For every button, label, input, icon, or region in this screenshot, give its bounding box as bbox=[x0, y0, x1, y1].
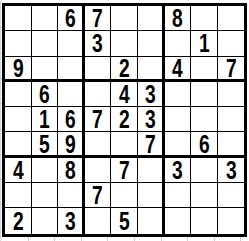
cell-r1c3: 6 bbox=[58, 6, 85, 31]
cell-r7c2[interactable] bbox=[32, 158, 59, 183]
cell-r4c2: 6 bbox=[32, 82, 59, 107]
given-digit: 4 bbox=[12, 158, 23, 183]
cell-r3c3[interactable] bbox=[58, 57, 85, 82]
given-digit: 3 bbox=[226, 158, 237, 183]
cell-r5c8[interactable] bbox=[191, 107, 218, 132]
given-digit: 9 bbox=[12, 57, 23, 81]
cell-r8c4: 7 bbox=[85, 183, 112, 208]
cell-r9c2[interactable] bbox=[32, 208, 59, 233]
given-digit: 6 bbox=[39, 82, 50, 107]
cell-r9c4[interactable] bbox=[85, 208, 112, 233]
given-digit: 7 bbox=[92, 183, 103, 208]
cell-r7c7: 3 bbox=[165, 158, 192, 183]
cell-r5c5: 2 bbox=[111, 107, 138, 132]
cell-r4c3[interactable] bbox=[58, 82, 85, 107]
cell-r9c1: 2 bbox=[5, 208, 32, 233]
cell-r3c5: 2 bbox=[111, 57, 138, 82]
cell-r5c1[interactable] bbox=[5, 107, 32, 132]
cell-r4c4[interactable] bbox=[85, 82, 112, 107]
cell-r5c2: 1 bbox=[32, 107, 59, 132]
cell-r8c8[interactable] bbox=[191, 183, 218, 208]
cell-r7c9: 3 bbox=[218, 158, 245, 183]
cell-r6c8: 6 bbox=[191, 132, 218, 157]
given-digit: 8 bbox=[65, 158, 76, 183]
given-digit: 1 bbox=[39, 107, 50, 132]
cell-r7c3: 8 bbox=[58, 158, 85, 183]
cell-r6c9[interactable] bbox=[218, 132, 245, 157]
spreadsheet-gridline-ticks-bottom bbox=[2, 237, 248, 241]
cell-r2c6[interactable] bbox=[138, 31, 165, 56]
given-digit: 1 bbox=[199, 31, 210, 56]
cell-r9c3: 3 bbox=[58, 208, 85, 233]
cell-r8c3[interactable] bbox=[58, 183, 85, 208]
cell-r8c1[interactable] bbox=[5, 183, 32, 208]
sudoku-board: 678319247643167235976487337235 bbox=[2, 3, 247, 237]
given-digit: 4 bbox=[172, 57, 183, 81]
cell-r2c7[interactable] bbox=[165, 31, 192, 56]
given-digit: 7 bbox=[92, 107, 103, 132]
given-digit: 5 bbox=[119, 208, 130, 233]
cell-r2c1[interactable] bbox=[5, 31, 32, 56]
cell-r2c9[interactable] bbox=[218, 31, 245, 56]
cell-r7c4[interactable] bbox=[85, 158, 112, 183]
cell-r1c7: 8 bbox=[165, 6, 192, 31]
cell-r5c3: 6 bbox=[58, 107, 85, 132]
cell-r5c9[interactable] bbox=[218, 107, 245, 132]
cell-r9c6[interactable] bbox=[138, 208, 165, 233]
given-digit: 6 bbox=[65, 107, 76, 132]
cell-r2c4: 3 bbox=[85, 31, 112, 56]
cell-r8c9[interactable] bbox=[218, 183, 245, 208]
cell-r1c9[interactable] bbox=[218, 6, 245, 31]
given-digit: 7 bbox=[226, 57, 237, 81]
cell-r1c8[interactable] bbox=[191, 6, 218, 31]
given-digit: 4 bbox=[119, 82, 130, 107]
cell-r8c2[interactable] bbox=[32, 183, 59, 208]
cell-r8c6[interactable] bbox=[138, 183, 165, 208]
given-digit: 3 bbox=[92, 31, 103, 56]
cell-r2c2[interactable] bbox=[32, 31, 59, 56]
cell-r2c3[interactable] bbox=[58, 31, 85, 56]
cell-r4c1[interactable] bbox=[5, 82, 32, 107]
cell-r4c6: 3 bbox=[138, 82, 165, 107]
cell-r6c3: 9 bbox=[58, 132, 85, 157]
cell-r1c5[interactable] bbox=[111, 6, 138, 31]
cell-r5c6: 3 bbox=[138, 107, 165, 132]
given-digit: 3 bbox=[144, 82, 155, 107]
cell-r1c1[interactable] bbox=[5, 6, 32, 31]
cell-r7c6[interactable] bbox=[138, 158, 165, 183]
cell-r1c6[interactable] bbox=[138, 6, 165, 31]
cell-r1c4: 7 bbox=[85, 6, 112, 31]
cell-r8c5[interactable] bbox=[111, 183, 138, 208]
cell-r7c1: 4 bbox=[5, 158, 32, 183]
cell-r7c8[interactable] bbox=[191, 158, 218, 183]
given-digit: 2 bbox=[119, 57, 130, 81]
cell-r4c9[interactable] bbox=[218, 82, 245, 107]
given-digit: 3 bbox=[172, 158, 183, 183]
cell-r6c7[interactable] bbox=[165, 132, 192, 157]
cell-r7c5: 7 bbox=[111, 158, 138, 183]
cell-r2c5[interactable] bbox=[111, 31, 138, 56]
cell-r3c9: 7 bbox=[218, 57, 245, 82]
cell-r3c7: 4 bbox=[165, 57, 192, 82]
cell-r4c8[interactable] bbox=[191, 82, 218, 107]
cell-r3c6[interactable] bbox=[138, 57, 165, 82]
cell-r4c5: 4 bbox=[111, 82, 138, 107]
given-digit: 8 bbox=[172, 6, 183, 31]
cell-r3c1: 9 bbox=[5, 57, 32, 82]
cell-r5c7[interactable] bbox=[165, 107, 192, 132]
cell-r9c8 bbox=[191, 208, 218, 233]
cell-r1c2[interactable] bbox=[32, 6, 59, 31]
cell-r6c2: 5 bbox=[32, 132, 59, 157]
cell-r6c1[interactable] bbox=[5, 132, 32, 157]
given-digit: 9 bbox=[65, 132, 76, 156]
cell-r9c9 bbox=[218, 208, 245, 233]
cell-r6c6: 7 bbox=[138, 132, 165, 157]
cell-r6c5[interactable] bbox=[111, 132, 138, 157]
cell-r3c2[interactable] bbox=[32, 57, 59, 82]
cell-r3c8[interactable] bbox=[191, 57, 218, 82]
given-digit: 3 bbox=[144, 107, 155, 132]
given-digit: 7 bbox=[144, 132, 155, 156]
cell-r9c7[interactable] bbox=[165, 208, 192, 233]
given-digit: 2 bbox=[12, 208, 23, 233]
cell-r8c7[interactable] bbox=[165, 183, 192, 208]
given-digit: 5 bbox=[39, 132, 50, 156]
given-digit: 7 bbox=[119, 158, 130, 183]
cell-r6c4[interactable] bbox=[85, 132, 112, 157]
given-digit: 7 bbox=[92, 6, 103, 31]
given-digit: 6 bbox=[65, 6, 76, 31]
given-digit: 6 bbox=[199, 132, 210, 156]
cell-r9c5: 5 bbox=[111, 208, 138, 233]
given-digit: 3 bbox=[65, 208, 76, 233]
given-digit: 2 bbox=[119, 107, 130, 132]
cell-r4c7[interactable] bbox=[165, 82, 192, 107]
cell-r2c8: 1 bbox=[191, 31, 218, 56]
cell-r3c4[interactable] bbox=[85, 57, 112, 82]
cell-r5c4: 7 bbox=[85, 107, 112, 132]
